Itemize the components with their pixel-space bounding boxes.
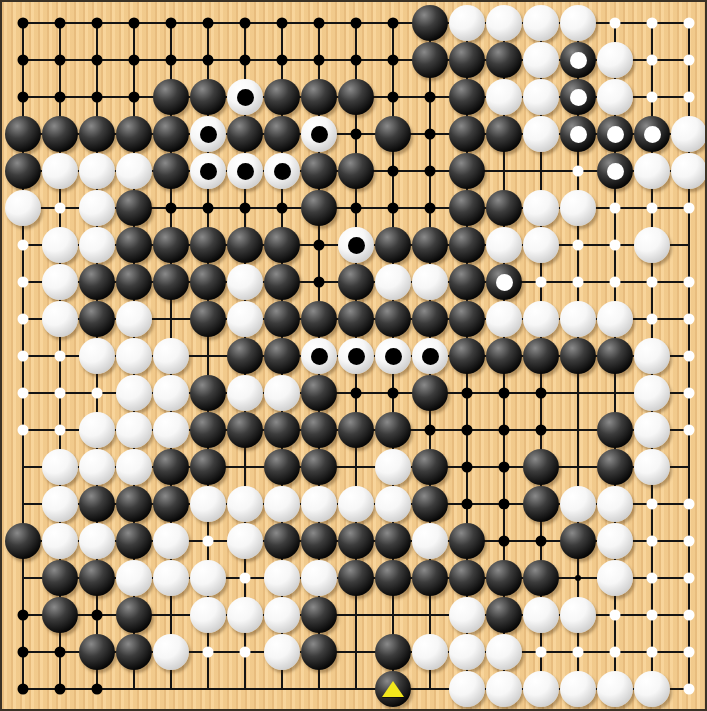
black-stone[interactable] [375, 560, 411, 596]
black-territory-dot[interactable] [129, 18, 140, 29]
black-stone[interactable] [449, 190, 485, 226]
white-stone[interactable] [264, 375, 300, 411]
dead-white-stone[interactable] [338, 338, 374, 374]
black-stone[interactable] [116, 116, 152, 152]
white-territory-dot[interactable] [240, 647, 251, 658]
white-stone[interactable] [79, 227, 115, 263]
black-stone[interactable] [597, 338, 633, 374]
white-territory-dot[interactable] [647, 314, 658, 325]
dead-white-stone[interactable] [301, 116, 337, 152]
white-territory-dot[interactable] [610, 277, 621, 288]
dead-black-stone[interactable] [634, 116, 670, 152]
white-stone[interactable] [116, 153, 152, 189]
black-territory-dot[interactable] [499, 499, 510, 510]
white-territory-dot[interactable] [55, 351, 66, 362]
black-stone[interactable] [153, 264, 189, 300]
black-territory-dot[interactable] [203, 18, 214, 29]
black-stone[interactable] [338, 153, 374, 189]
white-territory-dot[interactable] [18, 388, 29, 399]
white-territory-dot[interactable] [203, 536, 214, 547]
white-stone[interactable] [634, 671, 670, 707]
black-territory-dot[interactable] [388, 203, 399, 214]
black-territory-dot[interactable] [203, 55, 214, 66]
white-stone[interactable] [42, 153, 78, 189]
dead-black-stone[interactable] [597, 116, 633, 152]
black-stone[interactable] [412, 42, 448, 78]
black-territory-dot[interactable] [388, 166, 399, 177]
black-territory-dot[interactable] [18, 18, 29, 29]
white-territory-dot[interactable] [684, 351, 695, 362]
white-stone[interactable] [597, 486, 633, 522]
black-stone[interactable] [42, 560, 78, 596]
white-territory-dot[interactable] [684, 610, 695, 621]
black-stone[interactable] [264, 301, 300, 337]
white-stone[interactable] [116, 375, 152, 411]
black-territory-dot[interactable] [536, 388, 547, 399]
black-stone[interactable] [338, 79, 374, 115]
black-stone[interactable] [116, 264, 152, 300]
black-stone[interactable] [79, 116, 115, 152]
white-stone[interactable] [560, 486, 596, 522]
black-stone[interactable] [338, 412, 374, 448]
white-stone[interactable] [671, 153, 707, 189]
white-stone[interactable] [523, 79, 559, 115]
white-stone[interactable] [264, 634, 300, 670]
white-stone[interactable] [523, 227, 559, 263]
white-territory-dot[interactable] [647, 277, 658, 288]
white-stone[interactable] [486, 301, 522, 337]
white-territory-dot[interactable] [18, 277, 29, 288]
black-stone[interactable] [375, 634, 411, 670]
black-stone[interactable] [5, 153, 41, 189]
black-territory-dot[interactable] [462, 499, 473, 510]
black-stone[interactable] [264, 523, 300, 559]
white-stone[interactable] [597, 301, 633, 337]
black-territory-dot[interactable] [240, 55, 251, 66]
black-territory-dot[interactable] [166, 55, 177, 66]
white-stone[interactable] [42, 449, 78, 485]
white-stone[interactable] [634, 449, 670, 485]
white-stone[interactable] [597, 560, 633, 596]
white-stone[interactable] [79, 153, 115, 189]
white-stone[interactable] [560, 5, 596, 41]
white-stone[interactable] [5, 190, 41, 226]
black-stone[interactable] [42, 116, 78, 152]
black-territory-dot[interactable] [462, 388, 473, 399]
black-territory-dot[interactable] [92, 610, 103, 621]
white-stone[interactable] [42, 301, 78, 337]
white-stone[interactable] [412, 634, 448, 670]
white-territory-dot[interactable] [92, 388, 103, 399]
white-stone[interactable] [560, 301, 596, 337]
white-stone[interactable] [227, 486, 263, 522]
black-stone[interactable] [412, 227, 448, 263]
black-territory-dot[interactable] [388, 55, 399, 66]
white-stone[interactable] [375, 486, 411, 522]
white-territory-dot[interactable] [684, 573, 695, 584]
white-stone[interactable] [412, 523, 448, 559]
white-territory-dot[interactable] [18, 351, 29, 362]
white-territory-dot[interactable] [203, 647, 214, 658]
white-stone[interactable] [338, 486, 374, 522]
white-territory-dot[interactable] [647, 573, 658, 584]
dead-black-stone[interactable] [486, 264, 522, 300]
black-stone[interactable] [301, 375, 337, 411]
white-stone[interactable] [375, 264, 411, 300]
black-territory-dot[interactable] [425, 203, 436, 214]
black-stone[interactable] [190, 227, 226, 263]
white-territory-dot[interactable] [684, 92, 695, 103]
white-territory-dot[interactable] [610, 240, 621, 251]
black-stone[interactable] [301, 412, 337, 448]
black-territory-dot[interactable] [92, 92, 103, 103]
white-stone[interactable] [597, 79, 633, 115]
black-territory-dot[interactable] [166, 203, 177, 214]
white-territory-dot[interactable] [18, 240, 29, 251]
white-stone[interactable] [523, 190, 559, 226]
white-territory-dot[interactable] [573, 277, 584, 288]
black-stone[interactable] [523, 560, 559, 596]
black-territory-dot[interactable] [129, 55, 140, 66]
black-territory-dot[interactable] [388, 92, 399, 103]
black-stone[interactable] [449, 42, 485, 78]
black-territory-dot[interactable] [129, 92, 140, 103]
dead-white-stone[interactable] [227, 153, 263, 189]
white-stone[interactable] [153, 412, 189, 448]
white-stone[interactable] [634, 338, 670, 374]
black-stone[interactable] [301, 153, 337, 189]
black-territory-dot[interactable] [55, 684, 66, 695]
white-territory-dot[interactable] [647, 610, 658, 621]
black-stone[interactable] [375, 227, 411, 263]
black-territory-dot[interactable] [351, 18, 362, 29]
white-stone[interactable] [190, 486, 226, 522]
white-stone[interactable] [190, 597, 226, 633]
black-stone[interactable] [116, 227, 152, 263]
black-territory-dot[interactable] [18, 647, 29, 658]
white-stone[interactable] [634, 153, 670, 189]
white-stone[interactable] [523, 301, 559, 337]
white-territory-dot[interactable] [684, 314, 695, 325]
dead-black-stone[interactable] [560, 79, 596, 115]
black-territory-dot[interactable] [166, 18, 177, 29]
white-territory-dot[interactable] [55, 388, 66, 399]
white-stone[interactable] [597, 523, 633, 559]
last-move-black-stone[interactable] [375, 671, 411, 707]
black-stone[interactable] [227, 412, 263, 448]
black-stone[interactable] [449, 153, 485, 189]
black-territory-dot[interactable] [351, 129, 362, 140]
white-territory-dot[interactable] [684, 55, 695, 66]
black-territory-dot[interactable] [499, 388, 510, 399]
black-stone[interactable] [227, 116, 263, 152]
white-territory-dot[interactable] [684, 499, 695, 510]
black-stone[interactable] [264, 338, 300, 374]
white-stone[interactable] [597, 42, 633, 78]
white-stone[interactable] [523, 116, 559, 152]
white-stone[interactable] [42, 486, 78, 522]
black-stone[interactable] [5, 523, 41, 559]
black-territory-dot[interactable] [314, 277, 325, 288]
black-territory-dot[interactable] [314, 240, 325, 251]
black-stone[interactable] [338, 523, 374, 559]
black-stone[interactable] [597, 449, 633, 485]
white-territory-dot[interactable] [684, 536, 695, 547]
black-territory-dot[interactable] [425, 129, 436, 140]
white-stone[interactable] [116, 412, 152, 448]
black-territory-dot[interactable] [462, 425, 473, 436]
black-stone[interactable] [79, 264, 115, 300]
black-stone[interactable] [449, 227, 485, 263]
black-stone[interactable] [190, 264, 226, 300]
black-stone[interactable] [79, 560, 115, 596]
white-territory-dot[interactable] [647, 92, 658, 103]
white-territory-dot[interactable] [610, 647, 621, 658]
white-territory-dot[interactable] [684, 425, 695, 436]
dead-white-stone[interactable] [227, 79, 263, 115]
white-stone[interactable] [79, 449, 115, 485]
star-point[interactable] [575, 575, 581, 581]
white-stone[interactable] [190, 560, 226, 596]
white-stone[interactable] [412, 264, 448, 300]
white-stone[interactable] [42, 227, 78, 263]
black-territory-dot[interactable] [277, 203, 288, 214]
black-stone[interactable] [190, 79, 226, 115]
black-stone[interactable] [301, 79, 337, 115]
white-stone[interactable] [486, 79, 522, 115]
dead-white-stone[interactable] [412, 338, 448, 374]
white-territory-dot[interactable] [18, 314, 29, 325]
white-territory-dot[interactable] [647, 536, 658, 547]
white-stone[interactable] [79, 190, 115, 226]
black-stone[interactable] [190, 412, 226, 448]
black-stone[interactable] [227, 227, 263, 263]
white-territory-dot[interactable] [684, 388, 695, 399]
black-stone[interactable] [375, 301, 411, 337]
white-territory-dot[interactable] [684, 647, 695, 658]
white-stone[interactable] [79, 338, 115, 374]
white-territory-dot[interactable] [18, 425, 29, 436]
black-stone[interactable] [486, 42, 522, 78]
black-stone[interactable] [301, 449, 337, 485]
black-territory-dot[interactable] [55, 92, 66, 103]
white-stone[interactable] [227, 523, 263, 559]
black-stone[interactable] [338, 264, 374, 300]
black-stone[interactable] [449, 338, 485, 374]
black-stone[interactable] [449, 116, 485, 152]
black-stone[interactable] [486, 560, 522, 596]
black-territory-dot[interactable] [462, 462, 473, 473]
black-territory-dot[interactable] [351, 388, 362, 399]
black-stone[interactable] [338, 301, 374, 337]
black-stone[interactable] [597, 412, 633, 448]
black-stone[interactable] [190, 301, 226, 337]
black-stone[interactable] [412, 301, 448, 337]
dead-black-stone[interactable] [597, 153, 633, 189]
white-territory-dot[interactable] [647, 55, 658, 66]
black-stone[interactable] [301, 190, 337, 226]
black-stone[interactable] [116, 523, 152, 559]
black-territory-dot[interactable] [240, 18, 251, 29]
white-stone[interactable] [153, 375, 189, 411]
white-stone[interactable] [153, 560, 189, 596]
white-stone[interactable] [486, 671, 522, 707]
black-stone[interactable] [190, 375, 226, 411]
black-territory-dot[interactable] [203, 203, 214, 214]
black-territory-dot[interactable] [388, 18, 399, 29]
white-territory-dot[interactable] [55, 425, 66, 436]
black-stone[interactable] [523, 449, 559, 485]
black-stone[interactable] [449, 301, 485, 337]
black-territory-dot[interactable] [314, 55, 325, 66]
white-territory-dot[interactable] [536, 647, 547, 658]
black-territory-dot[interactable] [351, 203, 362, 214]
black-stone[interactable] [190, 449, 226, 485]
white-stone[interactable] [264, 560, 300, 596]
white-stone[interactable] [42, 264, 78, 300]
white-territory-dot[interactable] [647, 18, 658, 29]
white-stone[interactable] [449, 671, 485, 707]
black-stone[interactable] [264, 412, 300, 448]
black-stone[interactable] [79, 301, 115, 337]
white-stone[interactable] [79, 412, 115, 448]
black-stone[interactable] [449, 523, 485, 559]
white-territory-dot[interactable] [684, 277, 695, 288]
white-stone[interactable] [116, 449, 152, 485]
black-stone[interactable] [116, 190, 152, 226]
black-stone[interactable] [153, 486, 189, 522]
white-stone[interactable] [523, 597, 559, 633]
black-stone[interactable] [301, 597, 337, 633]
white-stone[interactable] [227, 301, 263, 337]
black-stone[interactable] [375, 116, 411, 152]
white-territory-dot[interactable] [647, 647, 658, 658]
dead-white-stone[interactable] [190, 116, 226, 152]
white-stone[interactable] [301, 560, 337, 596]
black-territory-dot[interactable] [55, 55, 66, 66]
black-stone[interactable] [449, 79, 485, 115]
white-stone[interactable] [375, 449, 411, 485]
white-stone[interactable] [227, 264, 263, 300]
dead-black-stone[interactable] [560, 116, 596, 152]
black-stone[interactable] [412, 375, 448, 411]
black-territory-dot[interactable] [536, 425, 547, 436]
white-stone[interactable] [597, 671, 633, 707]
black-territory-dot[interactable] [536, 536, 547, 547]
dead-white-stone[interactable] [301, 338, 337, 374]
black-territory-dot[interactable] [55, 647, 66, 658]
black-stone[interactable] [153, 116, 189, 152]
black-territory-dot[interactable] [277, 55, 288, 66]
black-stone[interactable] [301, 634, 337, 670]
white-stone[interactable] [301, 486, 337, 522]
black-territory-dot[interactable] [499, 536, 510, 547]
white-territory-dot[interactable] [610, 18, 621, 29]
white-stone[interactable] [671, 116, 707, 152]
black-stone[interactable] [116, 634, 152, 670]
black-stone[interactable] [227, 338, 263, 374]
white-stone[interactable] [486, 5, 522, 41]
black-territory-dot[interactable] [499, 462, 510, 473]
white-stone[interactable] [560, 597, 596, 633]
white-stone[interactable] [264, 597, 300, 633]
black-territory-dot[interactable] [425, 166, 436, 177]
black-stone[interactable] [5, 116, 41, 152]
white-territory-dot[interactable] [573, 240, 584, 251]
black-territory-dot[interactable] [55, 18, 66, 29]
black-stone[interactable] [264, 116, 300, 152]
white-stone[interactable] [227, 597, 263, 633]
black-territory-dot[interactable] [314, 18, 325, 29]
dead-white-stone[interactable] [375, 338, 411, 374]
black-territory-dot[interactable] [351, 55, 362, 66]
white-territory-dot[interactable] [610, 203, 621, 214]
white-stone[interactable] [116, 301, 152, 337]
black-stone[interactable] [153, 449, 189, 485]
black-stone[interactable] [116, 597, 152, 633]
white-territory-dot[interactable] [536, 277, 547, 288]
dead-white-stone[interactable] [190, 153, 226, 189]
black-stone[interactable] [153, 227, 189, 263]
white-stone[interactable] [227, 375, 263, 411]
white-territory-dot[interactable] [647, 203, 658, 214]
white-stone[interactable] [153, 338, 189, 374]
white-stone[interactable] [634, 375, 670, 411]
black-stone[interactable] [449, 560, 485, 596]
white-territory-dot[interactable] [684, 684, 695, 695]
black-stone[interactable] [264, 227, 300, 263]
white-stone[interactable] [42, 523, 78, 559]
black-territory-dot[interactable] [240, 203, 251, 214]
black-territory-dot[interactable] [277, 18, 288, 29]
white-stone[interactable] [449, 634, 485, 670]
black-territory-dot[interactable] [18, 55, 29, 66]
white-stone[interactable] [486, 227, 522, 263]
black-stone[interactable] [153, 153, 189, 189]
black-territory-dot[interactable] [92, 18, 103, 29]
black-stone[interactable] [116, 486, 152, 522]
black-stone[interactable] [264, 264, 300, 300]
black-stone[interactable] [523, 486, 559, 522]
white-stone[interactable] [523, 42, 559, 78]
black-stone[interactable] [412, 449, 448, 485]
white-territory-dot[interactable] [573, 647, 584, 658]
black-stone[interactable] [523, 338, 559, 374]
black-territory-dot[interactable] [425, 425, 436, 436]
white-stone[interactable] [634, 227, 670, 263]
white-territory-dot[interactable] [573, 166, 584, 177]
white-territory-dot[interactable] [610, 610, 621, 621]
white-territory-dot[interactable] [684, 203, 695, 214]
black-territory-dot[interactable] [92, 55, 103, 66]
black-stone[interactable] [264, 449, 300, 485]
black-stone[interactable] [560, 523, 596, 559]
black-territory-dot[interactable] [18, 610, 29, 621]
white-stone[interactable] [560, 671, 596, 707]
white-stone[interactable] [634, 412, 670, 448]
white-stone[interactable] [449, 5, 485, 41]
black-stone[interactable] [79, 634, 115, 670]
black-stone[interactable] [486, 338, 522, 374]
black-stone[interactable] [486, 116, 522, 152]
white-stone[interactable] [486, 634, 522, 670]
black-stone[interactable] [560, 338, 596, 374]
black-stone[interactable] [375, 523, 411, 559]
black-stone[interactable] [79, 486, 115, 522]
black-territory-dot[interactable] [18, 684, 29, 695]
white-territory-dot[interactable] [55, 203, 66, 214]
white-stone[interactable] [116, 338, 152, 374]
